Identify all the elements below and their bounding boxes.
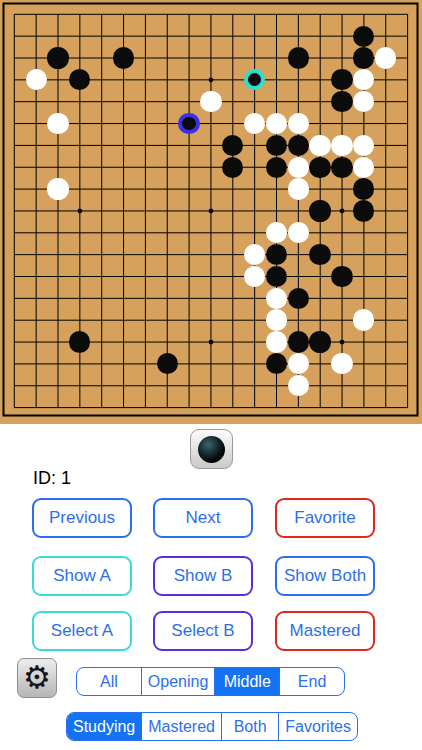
point-18-16[interactable] — [397, 353, 419, 375]
point-12-5[interactable] — [266, 113, 288, 135]
point-0-14[interactable] — [3, 309, 25, 331]
point-12-4[interactable] — [266, 91, 288, 113]
point-6-5[interactable] — [134, 113, 156, 135]
point-5-18[interactable] — [113, 397, 135, 419]
point-18-1[interactable] — [397, 25, 419, 47]
point-5-2[interactable] — [113, 47, 135, 69]
point-6-14[interactable] — [134, 309, 156, 331]
point-11-16[interactable] — [244, 353, 266, 375]
favorite-button[interactable]: Favorite — [275, 498, 375, 538]
previous-button[interactable]: Previous — [32, 498, 132, 538]
point-5-0[interactable] — [113, 3, 135, 25]
point-6-9[interactable] — [134, 200, 156, 222]
point-0-12[interactable] — [3, 266, 25, 288]
point-7-12[interactable] — [156, 266, 178, 288]
show-b-button[interactable]: Show B — [153, 556, 253, 596]
point-9-16[interactable] — [200, 353, 222, 375]
point-17-11[interactable] — [375, 244, 397, 266]
point-17-4[interactable] — [375, 91, 397, 113]
point-2-5[interactable] — [47, 113, 69, 135]
point-17-0[interactable] — [375, 3, 397, 25]
point-11-12[interactable] — [244, 266, 266, 288]
point-7-5[interactable] — [156, 113, 178, 135]
point-1-6[interactable] — [25, 134, 47, 156]
point-18-8[interactable] — [397, 178, 419, 200]
point-7-17[interactable] — [156, 375, 178, 397]
point-18-18[interactable] — [397, 397, 419, 419]
show-a-button[interactable]: Show A — [32, 556, 132, 596]
point-4-8[interactable] — [91, 178, 113, 200]
point-8-10[interactable] — [178, 222, 200, 244]
point-10-16[interactable] — [222, 353, 244, 375]
point-17-15[interactable] — [375, 331, 397, 353]
segment-studying[interactable]: Studying — [67, 713, 141, 740]
mastered-button[interactable]: Mastered — [275, 611, 375, 651]
point-12-7[interactable] — [266, 156, 288, 178]
point-11-9[interactable] — [244, 200, 266, 222]
settings-button[interactable]: ⚙ — [17, 658, 57, 698]
point-17-8[interactable] — [375, 178, 397, 200]
point-3-17[interactable] — [69, 375, 91, 397]
point-12-1[interactable] — [266, 25, 288, 47]
point-3-5[interactable] — [69, 113, 91, 135]
point-6-11[interactable] — [134, 244, 156, 266]
point-9-1[interactable] — [200, 25, 222, 47]
point-4-12[interactable] — [91, 266, 113, 288]
point-18-4[interactable] — [397, 91, 419, 113]
point-1-5[interactable] — [25, 113, 47, 135]
point-14-16[interactable] — [309, 353, 331, 375]
point-16-14[interactable] — [353, 309, 375, 331]
point-0-16[interactable] — [3, 353, 25, 375]
point-11-18[interactable] — [244, 397, 266, 419]
point-4-10[interactable] — [91, 222, 113, 244]
show-both-button[interactable]: Show Both — [275, 556, 375, 596]
point-1-2[interactable] — [25, 47, 47, 69]
point-13-1[interactable] — [287, 25, 309, 47]
point-10-4[interactable] — [222, 91, 244, 113]
point-17-5[interactable] — [375, 113, 397, 135]
point-7-3[interactable] — [156, 69, 178, 91]
point-11-14[interactable] — [244, 309, 266, 331]
point-17-16[interactable] — [375, 353, 397, 375]
point-13-15[interactable] — [287, 331, 309, 353]
point-15-18[interactable] — [331, 397, 353, 419]
point-9-2[interactable] — [200, 47, 222, 69]
point-14-13[interactable] — [309, 287, 331, 309]
next-button[interactable]: Next — [153, 498, 253, 538]
point-15-6[interactable] — [331, 134, 353, 156]
point-8-4[interactable] — [178, 91, 200, 113]
point-9-17[interactable] — [200, 375, 222, 397]
camera-button[interactable] — [190, 429, 233, 469]
point-6-3[interactable] — [134, 69, 156, 91]
point-1-4[interactable] — [25, 91, 47, 113]
point-5-7[interactable] — [113, 156, 135, 178]
point-5-5[interactable] — [113, 113, 135, 135]
point-6-10[interactable] — [134, 222, 156, 244]
point-12-18[interactable] — [266, 397, 288, 419]
point-15-17[interactable] — [331, 375, 353, 397]
point-6-12[interactable] — [134, 266, 156, 288]
point-0-18[interactable] — [3, 397, 25, 419]
point-16-9[interactable] — [353, 200, 375, 222]
point-9-18[interactable] — [200, 397, 222, 419]
point-9-0[interactable] — [200, 3, 222, 25]
point-18-9[interactable] — [397, 200, 419, 222]
point-10-12[interactable] — [222, 266, 244, 288]
point-4-5[interactable] — [91, 113, 113, 135]
point-13-17[interactable] — [287, 375, 309, 397]
point-2-14[interactable] — [47, 309, 69, 331]
point-1-18[interactable] — [25, 397, 47, 419]
point-5-9[interactable] — [113, 200, 135, 222]
point-10-6[interactable] — [222, 134, 244, 156]
point-7-16[interactable] — [156, 353, 178, 375]
point-8-16[interactable] — [178, 353, 200, 375]
point-14-1[interactable] — [309, 25, 331, 47]
point-17-3[interactable] — [375, 69, 397, 91]
point-12-15[interactable] — [266, 331, 288, 353]
point-9-9[interactable] — [200, 200, 222, 222]
point-14-15[interactable] — [309, 331, 331, 353]
point-4-11[interactable] — [91, 244, 113, 266]
point-13-13[interactable] — [287, 287, 309, 309]
point-8-6[interactable] — [178, 134, 200, 156]
point-14-18[interactable] — [309, 397, 331, 419]
point-0-4[interactable] — [3, 91, 25, 113]
point-9-15[interactable] — [200, 331, 222, 353]
point-0-15[interactable] — [3, 331, 25, 353]
point-13-16[interactable] — [287, 353, 309, 375]
point-3-11[interactable] — [69, 244, 91, 266]
point-4-2[interactable] — [91, 47, 113, 69]
point-5-3[interactable] — [113, 69, 135, 91]
point-18-15[interactable] — [397, 331, 419, 353]
point-14-9[interactable] — [309, 200, 331, 222]
point-2-10[interactable] — [47, 222, 69, 244]
point-10-2[interactable] — [222, 47, 244, 69]
point-7-8[interactable] — [156, 178, 178, 200]
segment-all[interactable]: All — [77, 668, 141, 695]
point-17-14[interactable] — [375, 309, 397, 331]
point-5-6[interactable] — [113, 134, 135, 156]
point-13-8[interactable] — [287, 178, 309, 200]
point-1-1[interactable] — [25, 25, 47, 47]
point-2-18[interactable] — [47, 397, 69, 419]
segment-end[interactable]: End — [279, 668, 344, 695]
point-16-11[interactable] — [353, 244, 375, 266]
point-0-5[interactable] — [3, 113, 25, 135]
point-11-3[interactable] — [244, 69, 266, 91]
point-12-16[interactable] — [266, 353, 288, 375]
point-6-17[interactable] — [134, 375, 156, 397]
point-0-13[interactable] — [3, 287, 25, 309]
point-10-7[interactable] — [222, 156, 244, 178]
point-3-14[interactable] — [69, 309, 91, 331]
point-6-2[interactable] — [134, 47, 156, 69]
point-14-2[interactable] — [309, 47, 331, 69]
point-7-0[interactable] — [156, 3, 178, 25]
point-9-3[interactable] — [200, 69, 222, 91]
point-8-8[interactable] — [178, 178, 200, 200]
point-1-7[interactable] — [25, 156, 47, 178]
point-14-6[interactable] — [309, 134, 331, 156]
point-17-9[interactable] — [375, 200, 397, 222]
point-8-9[interactable] — [178, 200, 200, 222]
point-10-13[interactable] — [222, 287, 244, 309]
point-13-7[interactable] — [287, 156, 309, 178]
point-5-1[interactable] — [113, 25, 135, 47]
point-3-12[interactable] — [69, 266, 91, 288]
point-13-9[interactable] — [287, 200, 309, 222]
point-15-5[interactable] — [331, 113, 353, 135]
point-14-3[interactable] — [309, 69, 331, 91]
point-15-11[interactable] — [331, 244, 353, 266]
point-11-15[interactable] — [244, 331, 266, 353]
point-10-5[interactable] — [222, 113, 244, 135]
point-8-0[interactable] — [178, 3, 200, 25]
point-14-11[interactable] — [309, 244, 331, 266]
point-11-4[interactable] — [244, 91, 266, 113]
point-8-11[interactable] — [178, 244, 200, 266]
point-0-1[interactable] — [3, 25, 25, 47]
point-17-6[interactable] — [375, 134, 397, 156]
point-13-2[interactable] — [287, 47, 309, 69]
point-9-12[interactable] — [200, 266, 222, 288]
point-5-14[interactable] — [113, 309, 135, 331]
point-9-11[interactable] — [200, 244, 222, 266]
point-14-4[interactable] — [309, 91, 331, 113]
point-9-10[interactable] — [200, 222, 222, 244]
segment-favorites[interactable]: Favorites — [278, 713, 357, 740]
point-5-10[interactable] — [113, 222, 135, 244]
point-1-14[interactable] — [25, 309, 47, 331]
segment-opening[interactable]: Opening — [141, 668, 215, 695]
point-7-15[interactable] — [156, 331, 178, 353]
point-7-18[interactable] — [156, 397, 178, 419]
point-7-1[interactable] — [156, 25, 178, 47]
point-7-4[interactable] — [156, 91, 178, 113]
point-11-1[interactable] — [244, 25, 266, 47]
point-2-6[interactable] — [47, 134, 69, 156]
point-16-10[interactable] — [353, 222, 375, 244]
point-11-2[interactable] — [244, 47, 266, 69]
point-7-2[interactable] — [156, 47, 178, 69]
point-2-7[interactable] — [47, 156, 69, 178]
point-1-12[interactable] — [25, 266, 47, 288]
point-14-7[interactable] — [309, 156, 331, 178]
point-15-12[interactable] — [331, 266, 353, 288]
point-1-17[interactable] — [25, 375, 47, 397]
segment-middle[interactable]: Middle — [214, 668, 279, 695]
point-3-16[interactable] — [69, 353, 91, 375]
point-15-3[interactable] — [331, 69, 353, 91]
point-8-1[interactable] — [178, 25, 200, 47]
point-18-0[interactable] — [397, 3, 419, 25]
point-5-11[interactable] — [113, 244, 135, 266]
point-3-9[interactable] — [69, 200, 91, 222]
point-9-4[interactable] — [200, 91, 222, 113]
point-7-9[interactable] — [156, 200, 178, 222]
point-13-14[interactable] — [287, 309, 309, 331]
point-13-5[interactable] — [287, 113, 309, 135]
point-6-0[interactable] — [134, 3, 156, 25]
point-17-7[interactable] — [375, 156, 397, 178]
point-14-14[interactable] — [309, 309, 331, 331]
point-9-14[interactable] — [200, 309, 222, 331]
point-8-5[interactable] — [178, 113, 200, 135]
point-0-17[interactable] — [3, 375, 25, 397]
point-2-17[interactable] — [47, 375, 69, 397]
point-9-5[interactable] — [200, 113, 222, 135]
point-16-3[interactable] — [353, 69, 375, 91]
point-18-17[interactable] — [397, 375, 419, 397]
point-4-18[interactable] — [91, 397, 113, 419]
point-9-13[interactable] — [200, 287, 222, 309]
point-1-8[interactable] — [25, 178, 47, 200]
point-0-6[interactable] — [3, 134, 25, 156]
point-10-3[interactable] — [222, 69, 244, 91]
point-12-9[interactable] — [266, 200, 288, 222]
point-12-2[interactable] — [266, 47, 288, 69]
point-10-8[interactable] — [222, 178, 244, 200]
point-12-11[interactable] — [266, 244, 288, 266]
point-4-0[interactable] — [91, 3, 113, 25]
point-13-18[interactable] — [287, 397, 309, 419]
point-2-13[interactable] — [47, 287, 69, 309]
point-18-7[interactable] — [397, 156, 419, 178]
point-14-5[interactable] — [309, 113, 331, 135]
point-2-1[interactable] — [47, 25, 69, 47]
point-1-15[interactable] — [25, 331, 47, 353]
point-3-4[interactable] — [69, 91, 91, 113]
point-0-10[interactable] — [3, 222, 25, 244]
point-0-2[interactable] — [3, 47, 25, 69]
point-6-18[interactable] — [134, 397, 156, 419]
point-15-16[interactable] — [331, 353, 353, 375]
point-5-12[interactable] — [113, 266, 135, 288]
point-8-18[interactable] — [178, 397, 200, 419]
point-4-1[interactable] — [91, 25, 113, 47]
point-15-4[interactable] — [331, 91, 353, 113]
point-15-14[interactable] — [331, 309, 353, 331]
point-17-12[interactable] — [375, 266, 397, 288]
point-16-15[interactable] — [353, 331, 375, 353]
point-14-17[interactable] — [309, 375, 331, 397]
point-11-8[interactable] — [244, 178, 266, 200]
point-12-13[interactable] — [266, 287, 288, 309]
point-10-11[interactable] — [222, 244, 244, 266]
point-5-13[interactable] — [113, 287, 135, 309]
point-5-4[interactable] — [113, 91, 135, 113]
point-15-13[interactable] — [331, 287, 353, 309]
point-3-10[interactable] — [69, 222, 91, 244]
point-2-3[interactable] — [47, 69, 69, 91]
point-15-2[interactable] — [331, 47, 353, 69]
point-12-14[interactable] — [266, 309, 288, 331]
point-6-6[interactable] — [134, 134, 156, 156]
point-15-7[interactable] — [331, 156, 353, 178]
point-14-0[interactable] — [309, 3, 331, 25]
point-15-8[interactable] — [331, 178, 353, 200]
point-5-16[interactable] — [113, 353, 135, 375]
point-10-14[interactable] — [222, 309, 244, 331]
point-13-12[interactable] — [287, 266, 309, 288]
point-10-18[interactable] — [222, 397, 244, 419]
point-3-1[interactable] — [69, 25, 91, 47]
point-16-12[interactable] — [353, 266, 375, 288]
point-3-18[interactable] — [69, 397, 91, 419]
go-board[interactable] — [0, 0, 422, 424]
point-2-11[interactable] — [47, 244, 69, 266]
point-16-2[interactable] — [353, 47, 375, 69]
point-6-13[interactable] — [134, 287, 156, 309]
point-10-0[interactable] — [222, 3, 244, 25]
segment-mastered[interactable]: Mastered — [141, 713, 221, 740]
point-18-14[interactable] — [397, 309, 419, 331]
point-6-16[interactable] — [134, 353, 156, 375]
point-1-11[interactable] — [25, 244, 47, 266]
point-18-11[interactable] — [397, 244, 419, 266]
point-15-1[interactable] — [331, 25, 353, 47]
point-18-2[interactable] — [397, 47, 419, 69]
point-13-0[interactable] — [287, 3, 309, 25]
point-7-13[interactable] — [156, 287, 178, 309]
segment-both[interactable]: Both — [221, 713, 278, 740]
point-11-0[interactable] — [244, 3, 266, 25]
point-0-3[interactable] — [3, 69, 25, 91]
point-13-6[interactable] — [287, 134, 309, 156]
point-4-13[interactable] — [91, 287, 113, 309]
point-5-8[interactable] — [113, 178, 135, 200]
point-3-13[interactable] — [69, 287, 91, 309]
point-2-8[interactable] — [47, 178, 69, 200]
point-3-6[interactable] — [69, 134, 91, 156]
point-4-4[interactable] — [91, 91, 113, 113]
point-0-7[interactable] — [3, 156, 25, 178]
point-7-11[interactable] — [156, 244, 178, 266]
point-1-16[interactable] — [25, 353, 47, 375]
point-4-6[interactable] — [91, 134, 113, 156]
point-6-4[interactable] — [134, 91, 156, 113]
point-12-0[interactable] — [266, 3, 288, 25]
point-14-8[interactable] — [309, 178, 331, 200]
point-17-18[interactable] — [375, 397, 397, 419]
point-3-15[interactable] — [69, 331, 91, 353]
point-4-15[interactable] — [91, 331, 113, 353]
point-7-6[interactable] — [156, 134, 178, 156]
point-2-12[interactable] — [47, 266, 69, 288]
point-1-10[interactable] — [25, 222, 47, 244]
point-15-10[interactable] — [331, 222, 353, 244]
point-16-5[interactable] — [353, 113, 375, 135]
point-7-7[interactable] — [156, 156, 178, 178]
point-16-17[interactable] — [353, 375, 375, 397]
point-18-10[interactable] — [397, 222, 419, 244]
point-1-9[interactable] — [25, 200, 47, 222]
point-13-10[interactable] — [287, 222, 309, 244]
point-2-16[interactable] — [47, 353, 69, 375]
point-8-14[interactable] — [178, 309, 200, 331]
point-2-0[interactable] — [47, 3, 69, 25]
point-16-7[interactable] — [353, 156, 375, 178]
point-10-15[interactable] — [222, 331, 244, 353]
point-12-3[interactable] — [266, 69, 288, 91]
point-2-9[interactable] — [47, 200, 69, 222]
point-16-8[interactable] — [353, 178, 375, 200]
point-3-2[interactable] — [69, 47, 91, 69]
